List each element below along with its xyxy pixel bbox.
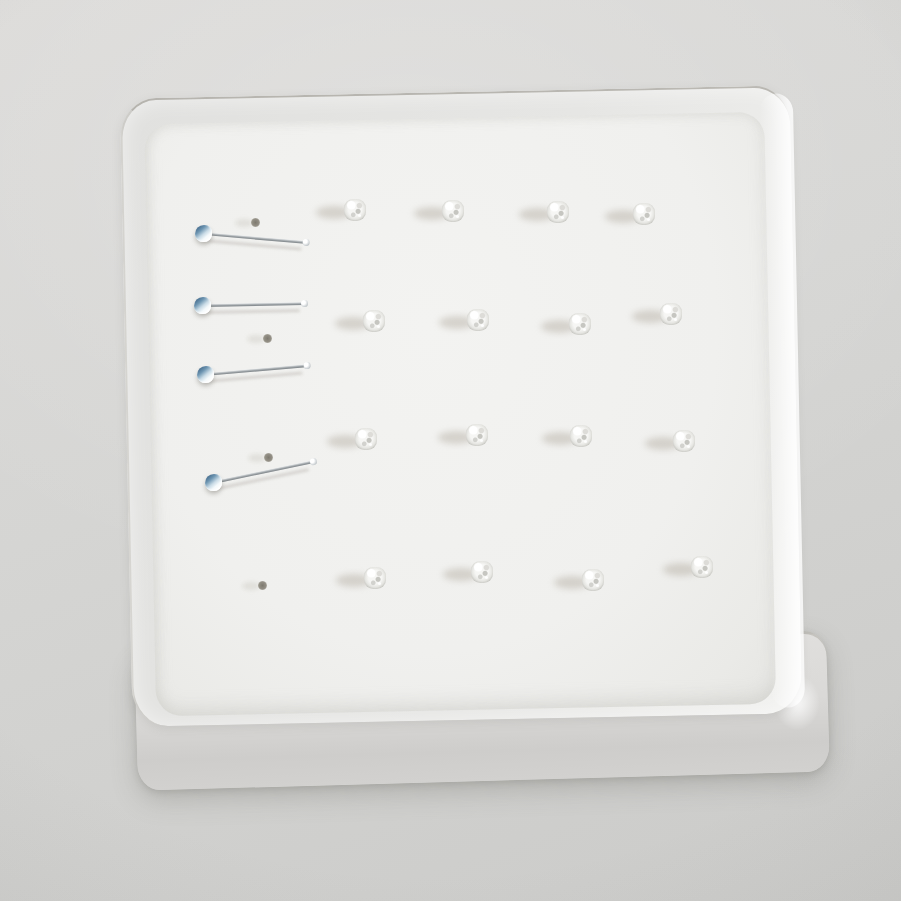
studs-layer [0,0,901,901]
stud-gem [660,303,682,325]
nose-stud-crystal [471,561,493,583]
nose-stud-crystal [363,310,385,332]
stud-head [205,474,222,491]
nose-stud-crystal [691,556,713,578]
nose-stud-crystal [673,430,695,452]
stud-gem [364,567,386,589]
nose-stud-crystal [344,199,366,221]
stud-head [194,297,211,314]
stud-gem [471,561,493,583]
stud-gem [691,556,713,578]
stud-gem [355,428,377,450]
pin-ball-tip [309,457,317,465]
nose-stud-crystal [547,201,569,223]
photo-backdrop [0,0,901,901]
stud-gem [569,313,591,335]
stud-gem [570,425,592,447]
nose-stud-crystal [569,313,591,335]
stud-gem [344,199,366,221]
pin-ball-tip [303,238,311,246]
stud-gem [582,569,604,591]
stud-gem [633,203,655,225]
stud-gem [673,430,695,452]
stud-pin [202,302,305,307]
nose-stud-crystal [582,569,604,591]
empty-pin-hole [258,581,267,590]
stud-gem [547,201,569,223]
pin-ball-tip [301,299,308,306]
nose-stud-crystal [466,424,488,446]
stud-head [195,225,212,242]
nose-stud-crystal [355,428,377,450]
nose-stud-crystal [467,309,489,331]
nose-stud-crystal [660,303,682,325]
stud-gem [467,309,489,331]
nose-stud-crystal [442,200,464,222]
empty-pin-hole [251,218,260,227]
stud-gem [442,200,464,222]
stud-gem [363,310,385,332]
nose-stud-crystal [364,567,386,589]
pin-ball-tip [304,361,312,369]
nose-stud-crystal [633,203,655,225]
empty-pin-hole [264,453,273,462]
pin-shadow [202,309,300,314]
stud-gem [466,424,488,446]
nose-stud-crystal [570,425,592,447]
empty-pin-hole [263,334,272,343]
stud-head [197,366,214,383]
